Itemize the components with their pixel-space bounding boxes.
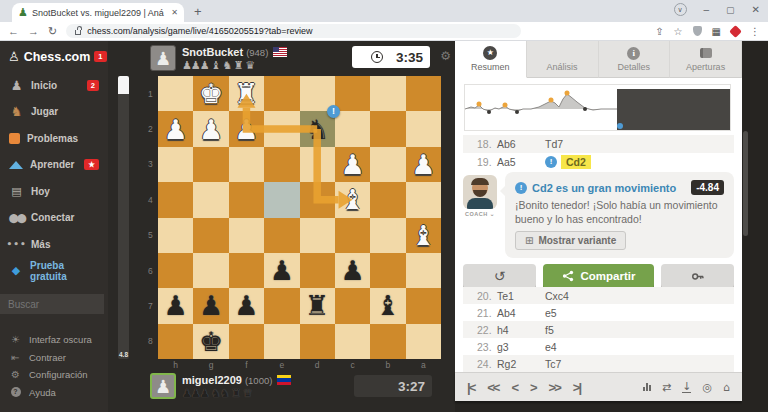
move-number: 23.: [463, 341, 497, 353]
square-d3[interactable]: [300, 147, 335, 182]
bottom-player-captured-pieces: ♟♟♟ ♞♞ ♜ ♛: [182, 387, 252, 400]
square-d4[interactable]: [300, 182, 335, 217]
sidebar-item-jugar[interactable]: ♞Jugar: [0, 99, 108, 126]
bottom-player-rating: (1000): [245, 375, 272, 386]
sidebar: ♙ Chess.com 1 ♟Inicio2♞JugarProblemasApr…: [0, 41, 108, 412]
coach-avatar: [463, 175, 497, 209]
url-bar[interactable]: chess.com/analysis/game/live/41650205519…: [66, 24, 521, 38]
venezuela-flag-icon: [277, 375, 291, 385]
clock-icon: [371, 51, 383, 63]
black-pawn-f7[interactable]: ♟: [234, 292, 258, 319]
square-h6[interactable]: [158, 253, 193, 288]
info-icon: i: [627, 47, 640, 60]
coach-bubble: ! Cd2 es un gran movimiento -4.84 ¡Bonit…: [505, 172, 734, 258]
fast-forward-button[interactable]: >>: [549, 380, 560, 395]
tab-label: Detalles: [618, 62, 651, 72]
move-row-20[interactable]: 20.Te1Cxc4: [463, 287, 734, 304]
square-f8[interactable]: [229, 324, 264, 359]
tab-aperturas[interactable]: Aperturas: [670, 41, 742, 78]
sidebar-badge: ★: [84, 159, 99, 170]
top-player-clock: 3:35: [352, 46, 430, 68]
sidebar-item-label: Aprender: [30, 159, 74, 170]
square-a8[interactable]: [406, 324, 441, 359]
square-f2[interactable]: ♟: [229, 111, 264, 146]
black-move[interactable]: e4: [545, 341, 734, 353]
forward-button[interactable]: >: [530, 380, 536, 395]
sidebar-item-label: Prueba gratuita: [30, 260, 99, 282]
black-move[interactable]: Td7: [545, 138, 734, 150]
sidebar-item-label: Hoy: [31, 186, 50, 197]
logo-pawn-icon: ♙: [8, 49, 20, 64]
retry-button[interactable]: ↺: [463, 264, 536, 288]
sidebar-item-label: Jugar: [31, 106, 58, 117]
rank-label-2: 2: [148, 111, 153, 146]
page-edge: [742, 41, 768, 412]
sidebar-item-prueba-gratuita[interactable]: ◆Prueba gratuita: [0, 258, 108, 285]
download-icon[interactable]: ↓: [682, 381, 691, 393]
square-f7[interactable]: ♟: [229, 288, 264, 323]
top-player-rating: (948): [246, 47, 268, 58]
square-a3[interactable]: ♟: [406, 147, 441, 182]
knight-icon: ♞: [9, 104, 24, 119]
back-button[interactable]: <: [511, 380, 517, 395]
browser-toolbar: ← → ↻ chess.com/analysis/game/live/41650…: [0, 22, 768, 41]
board-area: ♟ SnotBucket (948) ♟♟♟ ♝ ♞ ♜ ♛ 3:35 ⚙ 4.…: [108, 41, 455, 412]
move-row-23[interactable]: 23.g3e4: [463, 338, 734, 355]
black-move-text[interactable]: e5: [545, 307, 557, 319]
sidebar-item-conectar[interactable]: ⬤⬤Conectar: [0, 205, 108, 232]
tab-label: Aperturas: [686, 62, 725, 72]
evaluation-value: 4.8: [116, 351, 131, 358]
diamond-icon: ◆: [9, 264, 23, 277]
top-player-row: SnotBucket (948): [182, 46, 287, 58]
square-d8[interactable]: [300, 324, 335, 359]
rank-label-4: 4: [148, 182, 153, 217]
focus-mode-icon[interactable]: ◎: [702, 381, 712, 394]
search-input[interactable]: [0, 294, 104, 314]
black-move-text[interactable]: e4: [545, 341, 557, 353]
bookmark-star-icon[interactable]: ☆: [674, 26, 683, 37]
square-c5[interactable]: [335, 218, 370, 253]
analysis-panel: ★ResumenAnálisisiDetallesAperturas 18.Ab…: [455, 41, 742, 412]
white-pawn-h2[interactable]: ♟: [164, 116, 188, 143]
bottom-player-row: miguel2209 (1000): [182, 374, 291, 386]
square-h4[interactable]: [158, 182, 193, 217]
move-navigation-bar: |<<<<>>>>| ⇄ ↓ ◎ ⌂: [455, 372, 742, 401]
square-h5[interactable]: [158, 218, 193, 253]
black-move[interactable]: !Cd2: [545, 155, 734, 169]
rank-label-6: 6: [148, 253, 153, 288]
square-e6[interactable]: ♟: [264, 253, 299, 288]
square-f1[interactable]: ♜: [229, 76, 264, 111]
square-b1[interactable]: [370, 76, 405, 111]
square-b4[interactable]: [370, 182, 405, 217]
window-close-button[interactable]: ✕: [752, 4, 760, 15]
top-player-name[interactable]: SnotBucket: [182, 46, 243, 58]
square-e4[interactable]: [264, 182, 299, 217]
rank-labels: 12345678: [148, 76, 153, 359]
browser-profile-icon[interactable]: ∨: [674, 3, 687, 16]
collapse-icon: ⇤: [9, 352, 22, 363]
black-bishop-b7[interactable]: ♝: [376, 292, 400, 319]
square-g8[interactable]: ♚: [193, 324, 228, 359]
white-bishop-a5[interactable]: ♝: [411, 222, 435, 249]
square-h2[interactable]: ♟: [158, 111, 193, 146]
square-f3[interactable]: [229, 147, 264, 182]
black-pawn-c6[interactable]: ♟: [340, 257, 364, 284]
black-rook-d7[interactable]: ♜: [305, 292, 329, 319]
sidebar-item-label: Más: [31, 239, 50, 250]
logo-notification-badge: 1: [94, 51, 106, 62]
move-number: 19.: [463, 156, 497, 168]
bottom-player-avatar[interactable]: ♟: [150, 373, 176, 399]
white-pawn-c3[interactable]: ♟: [340, 151, 364, 178]
square-a7[interactable]: [406, 288, 441, 323]
new-tab-button[interactable]: +: [194, 4, 202, 19]
square-c1[interactable]: [335, 76, 370, 111]
people-icon: ⬤⬤: [9, 213, 24, 223]
move-number: 24.: [463, 358, 497, 370]
rank-label-3: 3: [148, 147, 153, 182]
help-icon: ?: [9, 387, 22, 397]
move-number: 18.: [463, 138, 497, 150]
file-labels: hgfedcba: [158, 360, 441, 370]
browser-tab-title: SnotBucket vs. miguel2209 | Aná: [32, 8, 167, 18]
stats-chart-icon[interactable]: [643, 383, 651, 391]
star-icon: ★: [483, 46, 497, 60]
square-g4[interactable]: [193, 182, 228, 217]
last-move-button[interactable]: >|: [573, 380, 580, 395]
white-move[interactable]: Rg2: [497, 358, 545, 370]
sidebar-item-mas[interactable]: •••Más: [0, 231, 108, 258]
chess-board[interactable]: ♚♜♟♟♟♞♟♟♝♝♟♟♟♟♟♜♝♚: [158, 76, 441, 359]
file-label-e: e: [264, 360, 299, 370]
square-f4[interactable]: [229, 182, 264, 217]
window-maximize-button[interactable]: ▢: [726, 5, 735, 15]
sun-icon: ☀: [9, 334, 22, 345]
rank-label-1: 1: [148, 76, 153, 111]
lock-icon: [75, 30, 81, 35]
square-a4[interactable]: [406, 182, 441, 217]
file-label-d: d: [300, 360, 335, 370]
extensions-puzzle-icon[interactable]: ▦: [712, 26, 721, 37]
cap-icon: [9, 161, 23, 169]
square-b3[interactable]: [370, 147, 405, 182]
tab-analisis[interactable]: Análisis: [527, 41, 599, 78]
file-label-f: f: [229, 360, 264, 370]
extension-shield-icon[interactable]: [693, 26, 702, 36]
white-king-g1[interactable]: ♚: [199, 80, 223, 107]
white-move[interactable]: g3: [497, 341, 545, 353]
white-rook-f1[interactable]: ♜: [234, 80, 258, 107]
tab-resumen[interactable]: ★Resumen: [455, 41, 527, 78]
forward-icon[interactable]: →: [28, 26, 39, 37]
browser-tab-strip: ♟ SnotBucket vs. miguel2209 | Aná ✕ + ∨ …: [0, 0, 768, 22]
square-g1[interactable]: ♚: [193, 76, 228, 111]
square-c3[interactable]: ♟: [335, 147, 370, 182]
square-b5[interactable]: [370, 218, 405, 253]
tab-close-icon[interactable]: ✕: [171, 8, 178, 17]
file-label-g: g: [193, 360, 228, 370]
coach-title: Cd2 es un gran movimiento: [532, 182, 686, 194]
file-label-c: c: [335, 360, 370, 370]
square-f6[interactable]: [229, 253, 264, 288]
dots-icon: •••: [9, 239, 24, 249]
square-b2[interactable]: [370, 111, 405, 146]
square-c4[interactable]: ♝: [335, 182, 370, 217]
tab-label: Análisis: [547, 62, 578, 72]
white-move[interactable]: Te1: [497, 290, 545, 302]
sidebar-item-problemas[interactable]: Problemas: [0, 125, 108, 152]
move-row-21[interactable]: 21.Ab4e5: [463, 304, 734, 321]
sidebar-badge: 2: [87, 80, 99, 91]
file-label-h: h: [158, 360, 193, 370]
board-settings-gear-icon[interactable]: ⚙: [440, 49, 451, 63]
square-h7[interactable]: ♟: [158, 288, 193, 323]
square-e8[interactable]: [264, 324, 299, 359]
square-c8[interactable]: [335, 324, 370, 359]
coach-comment-text: ¡Bonito tenedor! ¡Solo había un movimien…: [515, 199, 724, 226]
square-h8[interactable]: [158, 324, 193, 359]
panel-scrollbar[interactable]: [743, 131, 748, 236]
browser-menu-icon[interactable]: ⋮: [750, 26, 760, 37]
sidebar-item-label: Inicio: [31, 80, 57, 91]
flip-board-icon[interactable]: ⇄: [662, 381, 671, 394]
black-move[interactable]: f5: [545, 324, 734, 336]
white-pawn-f2[interactable]: ♟: [234, 116, 258, 143]
rank-label-5: 5: [148, 218, 153, 253]
first-move-button[interactable]: |<: [467, 380, 474, 395]
black-move-text[interactable]: Tc7: [545, 358, 561, 370]
white-move[interactable]: Aa5: [497, 156, 545, 168]
share-button[interactable]: Compartir: [543, 264, 653, 288]
sidebar-footer-ayuda[interactable]: ?Ayuda: [0, 384, 108, 402]
square-a5[interactable]: ♝: [406, 218, 441, 253]
share-nodes-icon: [562, 270, 574, 282]
sidebar-footer-label: Ayuda: [29, 387, 56, 398]
square-h3[interactable]: [158, 147, 193, 182]
white-move[interactable]: Ab4: [497, 307, 545, 319]
square-g7[interactable]: ♟: [193, 288, 228, 323]
black-move[interactable]: Tc7: [545, 358, 734, 370]
rank-label-8: 8: [148, 324, 153, 359]
white-move[interactable]: Ab6: [497, 138, 545, 150]
library-icon[interactable]: ⌂: [723, 381, 730, 394]
window-minimize-button[interactable]: –: [704, 4, 710, 15]
puzzle-icon: [9, 133, 20, 144]
chesscom-logo[interactable]: ♙ Chess.com 1: [0, 41, 108, 66]
sidebar-footer-label: Interfaz oscura: [29, 334, 92, 345]
bottom-player-name[interactable]: miguel2209: [182, 374, 242, 386]
square-e3[interactable]: [264, 147, 299, 182]
sidebar-item-label: Problemas: [27, 133, 78, 144]
move-row-19[interactable]: 19.Aa5!Cd2: [463, 153, 734, 171]
sidebar-footer-interfaz-oscura[interactable]: ☀Interfaz oscura: [0, 331, 108, 349]
square-b6[interactable]: [370, 253, 405, 288]
black-move[interactable]: Cxc4: [545, 290, 734, 302]
square-b8[interactable]: [370, 324, 405, 359]
black-move-text[interactable]: Cxc4: [545, 290, 569, 302]
move-row-22[interactable]: 22.h4f5: [463, 321, 734, 338]
share-page-icon[interactable]: ⇪: [655, 26, 663, 37]
sidebar-footer-contraer[interactable]: ⇤Contraer: [0, 349, 108, 367]
square-g5[interactable]: [193, 218, 228, 253]
black-king-g8[interactable]: ♚: [199, 328, 223, 355]
file-label-b: b: [370, 360, 405, 370]
evaluation-bar-white-portion: [118, 76, 129, 94]
great-move-icon: !: [545, 156, 557, 168]
book-icon: [700, 48, 712, 58]
evaluation-graph[interactable]: [464, 84, 731, 131]
fast-back-button[interactable]: <<: [487, 380, 498, 395]
square-b7[interactable]: ♝: [370, 288, 405, 323]
evaluation-bar: 4.8: [118, 76, 129, 359]
square-f5[interactable]: [229, 218, 264, 253]
move-row-18[interactable]: 18.Ab6Td7: [463, 135, 734, 153]
coach-comment-block: COACH ⌄ ! Cd2 es un gran movimiento -4.8…: [463, 172, 734, 258]
black-pawn-e6[interactable]: ♟: [270, 257, 294, 284]
top-player-captured-pieces: ♟♟♟ ♝ ♞ ♜ ♛: [182, 59, 254, 72]
us-flag-icon: [273, 47, 287, 57]
square-a1[interactable]: [406, 76, 441, 111]
white-pawn-a3[interactable]: ♟: [411, 151, 435, 178]
black-knight-d2[interactable]: ♞: [305, 116, 329, 143]
square-h1[interactable]: [158, 76, 193, 111]
refresh-icon[interactable]: ↻: [48, 26, 57, 37]
rank-label-7: 7: [148, 288, 153, 323]
bottom-player-clock: 3:27: [354, 375, 432, 397]
move-number: 20.: [463, 290, 497, 302]
pawn-icon: ♟: [9, 78, 24, 93]
gear-icon: ⚙: [9, 369, 22, 380]
key-icon: [691, 270, 704, 283]
tab-detalles[interactable]: iDetalles: [599, 41, 671, 78]
coach-label[interactable]: COACH ⌄: [463, 211, 497, 217]
move-number: 22.: [463, 324, 497, 336]
white-move[interactable]: h4: [497, 324, 545, 336]
top-player-avatar[interactable]: ♟: [150, 45, 176, 71]
chesscom-favicon-pawn-icon: ♟: [18, 7, 28, 18]
square-c7[interactable]: [335, 288, 370, 323]
mini-board-icon: ⊞: [525, 235, 533, 246]
square-d7[interactable]: ♜: [300, 288, 335, 323]
great-move-icon: !: [515, 182, 527, 194]
square-e7[interactable]: [264, 288, 299, 323]
hive-extension-icon[interactable]: [729, 25, 742, 38]
square-g3[interactable]: [193, 147, 228, 182]
show-variant-button[interactable]: ⊞ Mostrar variante: [515, 231, 626, 250]
key-button[interactable]: [661, 264, 734, 288]
black-pawn-g7[interactable]: ♟: [199, 292, 223, 319]
move-number: 21.: [463, 307, 497, 319]
square-e5[interactable]: [264, 218, 299, 253]
black-move-text[interactable]: Td7: [545, 138, 563, 150]
square-c6[interactable]: ♟: [335, 253, 370, 288]
white-pawn-g2[interactable]: ♟: [199, 116, 223, 143]
square-d5[interactable]: [300, 218, 335, 253]
sidebar-item-aprender[interactable]: Aprender★: [0, 152, 108, 179]
black-move-text[interactable]: Cd2: [561, 155, 591, 169]
sidebar-footer-label: Contraer: [29, 352, 66, 363]
square-g2[interactable]: ♟: [193, 111, 228, 146]
black-move-text[interactable]: f5: [545, 324, 554, 336]
square-c2[interactable]: [335, 111, 370, 146]
evaluation-badge: -4.84: [691, 180, 724, 195]
file-label-a: a: [406, 360, 441, 370]
sidebar-item-inicio[interactable]: ♟Inicio2: [0, 72, 108, 99]
browser-tab[interactable]: ♟ SnotBucket vs. miguel2209 | Aná ✕: [12, 3, 184, 22]
back-icon[interactable]: ←: [8, 26, 19, 37]
square-e1[interactable]: [264, 76, 299, 111]
white-bishop-c4[interactable]: ♝: [340, 186, 364, 213]
sidebar-footer-label: Configuración: [29, 369, 88, 380]
sidebar-footer-configuracion[interactable]: ⚙Configuración: [0, 366, 108, 384]
move-row-24[interactable]: 24.Rg2Tc7: [463, 355, 734, 372]
black-pawn-h7[interactable]: ♟: [164, 292, 188, 319]
tab-label: Resumen: [471, 62, 510, 72]
square-e2[interactable]: [264, 111, 299, 146]
square-a2[interactable]: [406, 111, 441, 146]
news-icon: ▤: [9, 185, 24, 198]
black-move[interactable]: e5: [545, 307, 734, 319]
sidebar-item-hoy[interactable]: ▤Hoy: [0, 178, 108, 205]
sidebar-item-label: Conectar: [31, 212, 74, 223]
square-g6[interactable]: [193, 253, 228, 288]
square-a6[interactable]: [406, 253, 441, 288]
url-text: chess.com/analysis/game/live/41650205519…: [87, 26, 312, 36]
square-d6[interactable]: [300, 253, 335, 288]
